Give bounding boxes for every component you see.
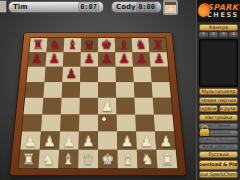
- lock-icon: [200, 125, 209, 136]
- red-knight[interactable]: ♞: [47, 39, 64, 52]
- square-h3[interactable]: [154, 114, 174, 131]
- white-pawn[interactable]: ♟: [117, 134, 136, 149]
- white-pawn[interactable]: ♟: [98, 100, 117, 114]
- square-h5[interactable]: [152, 82, 171, 98]
- square-d2[interactable]: ♟: [79, 131, 98, 149]
- locked-item-4: База дебютов: [199, 144, 238, 150]
- square-f6[interactable]: [115, 67, 133, 82]
- camera-preset-2[interactable]: 2: [209, 32, 218, 37]
- square-g1[interactable]: ♞: [137, 149, 158, 168]
- sparkchess-logo: SPARK CHESS: [197, 0, 240, 22]
- red-pawn[interactable]: ♟: [28, 53, 45, 66]
- red-pawn[interactable]: ♟: [115, 53, 132, 66]
- white-knight[interactable]: ♞: [138, 152, 158, 167]
- red-rook[interactable]: ♜: [149, 39, 166, 52]
- square-b8[interactable]: ♞: [47, 38, 65, 52]
- white-rook[interactable]: ♜: [157, 152, 177, 167]
- square-f3[interactable]: [117, 114, 136, 131]
- camera-preset-1[interactable]: 1: [199, 32, 208, 37]
- move-list-panel[interactable]: [199, 39, 238, 87]
- new-game-button[interactable]: Новая партия: [199, 97, 238, 104]
- square-a2[interactable]: ♟: [20, 131, 41, 149]
- square-e8[interactable]: ♚: [98, 38, 115, 52]
- red-queen[interactable]: ♛: [81, 39, 98, 52]
- square-c2[interactable]: ♟: [59, 131, 79, 149]
- download-button[interactable]: Download & Play!: [199, 160, 238, 170]
- camera-button[interactable]: Камера: [199, 24, 238, 31]
- red-king[interactable]: ♚: [98, 39, 115, 52]
- square-a4[interactable]: [24, 98, 44, 115]
- square-b6[interactable]: [44, 67, 63, 82]
- right-player-clock: 0:00: [136, 2, 157, 12]
- locked-premium-section: НаставникПодсказкаОценка позицииБаза деб…: [199, 122, 238, 150]
- square-c8[interactable]: ♝: [64, 38, 81, 52]
- square-e2[interactable]: [98, 131, 117, 149]
- square-b2[interactable]: ♟: [40, 131, 60, 149]
- white-pawn[interactable]: ♟: [156, 134, 175, 149]
- save-button[interactable]: Сохранить: [199, 105, 218, 112]
- right-player-name: Cody: [116, 3, 136, 11]
- square-d1[interactable]: ♛: [78, 149, 98, 168]
- save-load-row: Сохранить Загрузить: [199, 104, 238, 113]
- white-pawn[interactable]: ♟: [59, 134, 78, 149]
- language-button[interactable]: Русский: [199, 151, 238, 158]
- square-f2[interactable]: ♟: [117, 131, 137, 149]
- white-bishop[interactable]: ♝: [118, 152, 138, 167]
- red-pawn[interactable]: ♟: [98, 53, 115, 66]
- white-pawn[interactable]: ♟: [137, 134, 156, 149]
- last-move-sparkle: [102, 117, 106, 121]
- square-c4[interactable]: [61, 98, 80, 115]
- square-a8[interactable]: ♜: [29, 38, 47, 52]
- square-h2[interactable]: ♟: [155, 131, 176, 149]
- red-pawn[interactable]: ♟: [46, 53, 63, 66]
- square-c5[interactable]: [62, 82, 81, 98]
- square-f1[interactable]: ♝: [117, 149, 137, 168]
- white-knight[interactable]: ♞: [39, 152, 59, 167]
- white-pawn[interactable]: ♟: [20, 134, 39, 149]
- white-pawn[interactable]: ♟: [79, 134, 98, 149]
- red-pawn[interactable]: ♟: [133, 53, 150, 66]
- square-b5[interactable]: [43, 82, 62, 98]
- square-g8[interactable]: ♞: [132, 38, 150, 52]
- square-e5[interactable]: [98, 82, 116, 98]
- square-b7[interactable]: ♟: [46, 52, 64, 67]
- sidebar: SPARK CHESS Камера 1234 Мультиплеер Нова…: [196, 0, 240, 180]
- square-d8[interactable]: ♛: [81, 38, 98, 52]
- left-player-plate[interactable]: Tim 0:07: [8, 1, 104, 13]
- chess-board[interactable]: ♜♞♝♛♚♝♞♜♟♟♟♟♟♟♟♟♟♟♟♟♟♟♟♟♜♞♝♛♚♝♞♜: [19, 38, 178, 168]
- about-button[interactable]: About SparkChess...: [199, 171, 238, 178]
- square-e4[interactable]: ♟: [98, 98, 117, 115]
- square-e3[interactable]: [98, 114, 117, 131]
- load-button[interactable]: Загрузить: [219, 105, 238, 112]
- left-player-avatar: [0, 0, 7, 13]
- red-pawn[interactable]: ♟: [150, 53, 167, 66]
- red-pawn[interactable]: ♟: [62, 68, 80, 81]
- square-d6[interactable]: [80, 67, 98, 82]
- white-queen[interactable]: ♛: [78, 152, 98, 167]
- square-b3[interactable]: [41, 114, 61, 131]
- square-c7[interactable]: [63, 52, 81, 67]
- square-f5[interactable]: [116, 82, 135, 98]
- red-knight[interactable]: ♞: [132, 39, 149, 52]
- camera-preset-4[interactable]: 4: [229, 32, 238, 37]
- red-bishop[interactable]: ♝: [115, 39, 132, 52]
- square-a5[interactable]: [25, 82, 44, 98]
- red-bishop[interactable]: ♝: [64, 39, 81, 52]
- square-f7[interactable]: ♟: [115, 52, 133, 67]
- square-h4[interactable]: [153, 98, 173, 115]
- board-wooden-frame: ♜♞♝♛♚♝♞♜♟♟♟♟♟♟♟♟♟♟♟♟♟♟♟♟♜♞♝♛♚♝♞♜: [10, 33, 186, 175]
- square-h8[interactable]: ♜: [149, 38, 167, 52]
- multiplayer-button[interactable]: Мультиплеер: [199, 88, 238, 95]
- square-e7[interactable]: ♟: [98, 52, 115, 67]
- square-g5[interactable]: [134, 82, 153, 98]
- square-g7[interactable]: ♟: [132, 52, 150, 67]
- right-player-plate[interactable]: Cody 0:00: [111, 1, 162, 13]
- right-player-avatar: [163, 0, 178, 15]
- avatar-face: [168, 7, 174, 12]
- square-g4[interactable]: [134, 98, 153, 115]
- square-f8[interactable]: ♝: [115, 38, 132, 52]
- square-g2[interactable]: ♟: [136, 131, 156, 149]
- square-a6[interactable]: [27, 67, 46, 82]
- square-g6[interactable]: [133, 67, 152, 82]
- locked-item-3: Оценка позиции: [199, 137, 238, 143]
- square-c1[interactable]: ♝: [58, 149, 78, 168]
- square-f4[interactable]: [116, 98, 135, 115]
- square-h7[interactable]: ♟: [149, 52, 168, 67]
- square-a1[interactable]: ♜: [19, 149, 40, 168]
- square-e6[interactable]: [98, 67, 116, 82]
- square-h6[interactable]: [150, 67, 169, 82]
- square-c6[interactable]: ♟: [62, 67, 80, 82]
- square-e1[interactable]: ♚: [98, 149, 118, 168]
- options-button[interactable]: Настройки: [199, 114, 238, 121]
- square-a3[interactable]: [22, 114, 42, 131]
- square-b4[interactable]: [42, 98, 61, 115]
- red-rook[interactable]: ♜: [29, 39, 46, 52]
- left-player-clock: 0:07: [78, 2, 99, 12]
- square-d5[interactable]: [80, 82, 98, 98]
- camera-preset-3[interactable]: 3: [219, 32, 228, 37]
- square-h1[interactable]: ♜: [156, 149, 177, 168]
- square-g3[interactable]: [135, 114, 155, 131]
- camera-preset-row: 1234: [199, 32, 238, 37]
- white-bishop[interactable]: ♝: [58, 152, 78, 167]
- white-king[interactable]: ♚: [98, 152, 118, 167]
- sparkchess-window: ♜♞♝♛♚♝♞♜♟♟♟♟♟♟♟♟♟♟♟♟♟♟♟♟♜♞♝♛♚♝♞♜ Tim 0:0…: [0, 0, 240, 180]
- red-pawn[interactable]: ♟: [81, 53, 98, 66]
- square-d7[interactable]: ♟: [81, 52, 98, 67]
- logo-text-bottom: CHESS: [207, 12, 240, 19]
- board-3d-scene: ♜♞♝♛♚♝♞♜♟♟♟♟♟♟♟♟♟♟♟♟♟♟♟♟♜♞♝♛♚♝♞♜: [10, 33, 186, 175]
- square-a7[interactable]: ♟: [28, 52, 47, 67]
- square-b1[interactable]: ♞: [38, 149, 59, 168]
- white-rook[interactable]: ♜: [19, 152, 39, 167]
- white-pawn[interactable]: ♟: [40, 134, 59, 149]
- square-d4[interactable]: [79, 98, 98, 115]
- square-d3[interactable]: [79, 114, 98, 131]
- left-player-name: Tim: [13, 3, 27, 11]
- square-c3[interactable]: [60, 114, 79, 131]
